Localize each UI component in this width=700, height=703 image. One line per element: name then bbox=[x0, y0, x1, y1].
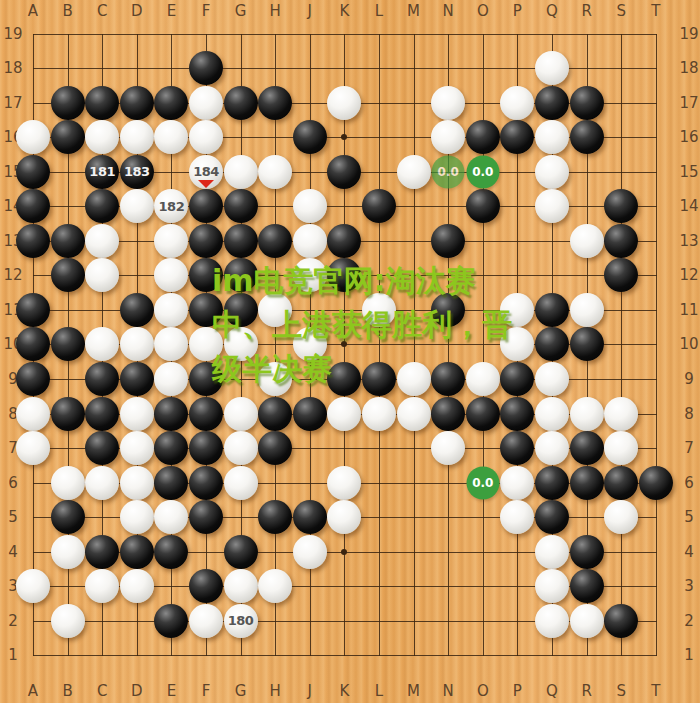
coordinate-label-top: D bbox=[131, 2, 143, 20]
coordinate-label-left: 6 bbox=[8, 474, 18, 492]
star-point bbox=[341, 134, 347, 140]
stone-black[interactable] bbox=[189, 224, 223, 258]
stone-black[interactable] bbox=[16, 293, 50, 327]
coordinate-label-left: 4 bbox=[8, 543, 18, 561]
stone-white[interactable] bbox=[258, 155, 292, 189]
stone-black[interactable] bbox=[51, 258, 85, 292]
coordinate-label-right: 15 bbox=[679, 163, 698, 181]
ai-hint-circle[interactable]: 0.0 bbox=[466, 466, 499, 499]
stone-white[interactable] bbox=[120, 397, 154, 431]
stone-black[interactable] bbox=[431, 362, 465, 396]
stone-black[interactable] bbox=[258, 86, 292, 120]
stone-black[interactable] bbox=[604, 604, 638, 638]
stone-black[interactable] bbox=[362, 362, 396, 396]
stone-white[interactable] bbox=[120, 327, 154, 361]
stone-black[interactable] bbox=[16, 155, 50, 189]
stone-white[interactable] bbox=[466, 362, 500, 396]
go-board[interactable]: ABCDEFGHJKLMNOPQRSTABCDEFGHJKLMNOPQRST19… bbox=[0, 0, 700, 703]
stone-white[interactable] bbox=[189, 120, 223, 154]
stone-black[interactable] bbox=[85, 362, 119, 396]
coordinate-label-right: 12 bbox=[679, 266, 698, 284]
coordinate-label-left: 2 bbox=[8, 612, 18, 630]
coordinate-label-top: T bbox=[651, 2, 660, 20]
stone-black[interactable] bbox=[85, 86, 119, 120]
stone-white[interactable] bbox=[85, 258, 119, 292]
stone-white[interactable] bbox=[431, 86, 465, 120]
coordinate-label-top: E bbox=[167, 2, 176, 20]
stone-white[interactable] bbox=[431, 120, 465, 154]
coordinate-label-right: 17 bbox=[679, 94, 698, 112]
stone-black[interactable] bbox=[535, 466, 569, 500]
stone-black[interactable] bbox=[500, 397, 534, 431]
stone-white[interactable] bbox=[224, 431, 258, 465]
stone-white[interactable] bbox=[16, 120, 50, 154]
stone-white[interactable] bbox=[535, 569, 569, 603]
stone-black[interactable] bbox=[293, 500, 327, 534]
stone-white[interactable] bbox=[570, 293, 604, 327]
stone-black[interactable] bbox=[189, 466, 223, 500]
stone-white[interactable] bbox=[224, 466, 258, 500]
stone-white[interactable] bbox=[189, 604, 223, 638]
stone-white[interactable] bbox=[362, 397, 396, 431]
coordinate-label-top: S bbox=[616, 2, 626, 20]
stone-black[interactable] bbox=[327, 224, 361, 258]
coordinate-label-right: 6 bbox=[684, 474, 694, 492]
coordinate-label-top: O bbox=[477, 2, 489, 20]
stone-black[interactable] bbox=[258, 224, 292, 258]
coordinate-label-bottom: M bbox=[407, 682, 420, 700]
stone-white[interactable] bbox=[293, 535, 327, 569]
move-number: 181 bbox=[89, 165, 115, 178]
stone-white[interactable] bbox=[154, 293, 188, 327]
stone-white[interactable] bbox=[51, 535, 85, 569]
stone-white[interactable] bbox=[154, 327, 188, 361]
stone-black[interactable] bbox=[16, 189, 50, 223]
stone-white[interactable] bbox=[293, 189, 327, 223]
stone-black[interactable]: 181 bbox=[85, 155, 119, 189]
stone-white[interactable] bbox=[85, 466, 119, 500]
stone-black[interactable] bbox=[258, 500, 292, 534]
stone-black[interactable] bbox=[570, 120, 604, 154]
coordinate-label-top: G bbox=[235, 2, 247, 20]
coordinate-label-bottom: F bbox=[202, 682, 211, 700]
stone-white[interactable] bbox=[535, 431, 569, 465]
stone-black[interactable] bbox=[258, 397, 292, 431]
stone-black[interactable] bbox=[327, 362, 361, 396]
stone-white[interactable] bbox=[85, 224, 119, 258]
coordinate-label-left: 1 bbox=[8, 646, 18, 664]
stone-black[interactable] bbox=[189, 500, 223, 534]
stone-black[interactable] bbox=[16, 362, 50, 396]
watermark-text: im电竞官网:淘汰赛 bbox=[212, 266, 476, 296]
stone-white[interactable] bbox=[397, 362, 431, 396]
stone-white[interactable] bbox=[120, 431, 154, 465]
ai-hint-circle[interactable]: 0.0 bbox=[432, 155, 465, 188]
grid-line-vertical bbox=[656, 34, 657, 657]
coordinate-label-right: 1 bbox=[684, 646, 694, 664]
stone-white[interactable] bbox=[570, 397, 604, 431]
stone-white[interactable] bbox=[154, 120, 188, 154]
stone-white[interactable] bbox=[85, 569, 119, 603]
coordinate-label-right: 13 bbox=[679, 232, 698, 250]
stone-black[interactable] bbox=[51, 120, 85, 154]
stone-white[interactable] bbox=[535, 120, 569, 154]
stone-white[interactable] bbox=[85, 120, 119, 154]
grid-line-vertical bbox=[621, 34, 622, 657]
stone-black[interactable] bbox=[189, 569, 223, 603]
stone-black[interactable] bbox=[570, 535, 604, 569]
stone-white[interactable]: 182 bbox=[154, 189, 188, 223]
stone-black[interactable] bbox=[154, 431, 188, 465]
coordinate-label-right: 14 bbox=[679, 197, 698, 215]
coordinate-label-bottom: A bbox=[28, 682, 38, 700]
stone-black[interactable] bbox=[16, 224, 50, 258]
stone-black[interactable] bbox=[16, 327, 50, 361]
stone-white[interactable] bbox=[604, 397, 638, 431]
stone-white[interactable] bbox=[16, 569, 50, 603]
stone-black[interactable] bbox=[258, 431, 292, 465]
stone-black[interactable] bbox=[224, 189, 258, 223]
stone-white[interactable] bbox=[535, 189, 569, 223]
stone-white[interactable] bbox=[120, 189, 154, 223]
coordinate-label-bottom: K bbox=[339, 682, 349, 700]
coordinate-label-bottom: T bbox=[651, 682, 660, 700]
stone-black[interactable] bbox=[570, 466, 604, 500]
move-number: 180 bbox=[228, 614, 254, 627]
stone-white[interactable] bbox=[154, 224, 188, 258]
stone-white[interactable] bbox=[258, 569, 292, 603]
coordinate-label-top: R bbox=[581, 2, 591, 20]
stone-white[interactable] bbox=[570, 224, 604, 258]
coordinate-label-right: 11 bbox=[679, 301, 698, 319]
coordinate-label-right: 18 bbox=[679, 59, 698, 77]
stone-black[interactable] bbox=[224, 535, 258, 569]
stone-black[interactable] bbox=[189, 431, 223, 465]
stone-black[interactable] bbox=[604, 466, 638, 500]
coordinate-label-top: A bbox=[28, 2, 38, 20]
stone-white[interactable] bbox=[120, 500, 154, 534]
move-number: 183 bbox=[124, 165, 150, 178]
stone-white[interactable] bbox=[500, 86, 534, 120]
coordinate-label-bottom: D bbox=[131, 682, 143, 700]
stone-white[interactable] bbox=[397, 155, 431, 189]
coordinate-label-right: 9 bbox=[684, 370, 694, 388]
stone-white[interactable] bbox=[189, 86, 223, 120]
stone-black[interactable] bbox=[639, 466, 673, 500]
stone-white[interactable] bbox=[224, 397, 258, 431]
coordinate-label-left: 12 bbox=[3, 266, 22, 284]
coordinate-label-bottom: S bbox=[616, 682, 626, 700]
move-number: 184 bbox=[193, 165, 219, 178]
stone-black[interactable] bbox=[154, 466, 188, 500]
coordinate-label-bottom: J bbox=[308, 682, 312, 700]
stone-black[interactable] bbox=[120, 362, 154, 396]
coordinate-label-right: 19 bbox=[679, 25, 698, 43]
coordinate-label-top: M bbox=[407, 2, 420, 20]
stone-black[interactable] bbox=[154, 86, 188, 120]
coordinate-label-left: 5 bbox=[8, 508, 18, 526]
stone-white[interactable] bbox=[431, 431, 465, 465]
stone-white[interactable]: 180 bbox=[224, 604, 258, 638]
coordinate-label-left: 19 bbox=[3, 25, 22, 43]
stone-white[interactable] bbox=[120, 569, 154, 603]
stone-black[interactable] bbox=[466, 189, 500, 223]
stone-white[interactable] bbox=[397, 397, 431, 431]
move-number: 182 bbox=[159, 200, 185, 213]
stone-black[interactable] bbox=[466, 397, 500, 431]
stone-black[interactable] bbox=[85, 189, 119, 223]
stone-black[interactable] bbox=[535, 500, 569, 534]
stone-black[interactable] bbox=[535, 327, 569, 361]
stone-black[interactable] bbox=[604, 189, 638, 223]
stone-white[interactable] bbox=[293, 224, 327, 258]
coordinate-label-right: 5 bbox=[684, 508, 694, 526]
coordinate-label-bottom: L bbox=[375, 682, 383, 700]
stone-black[interactable] bbox=[431, 397, 465, 431]
stone-black[interactable] bbox=[154, 397, 188, 431]
stone-white[interactable] bbox=[327, 86, 361, 120]
coordinate-label-top: H bbox=[270, 2, 281, 20]
stone-black[interactable] bbox=[51, 86, 85, 120]
stone-black[interactable] bbox=[466, 120, 500, 154]
stone-white[interactable] bbox=[604, 431, 638, 465]
stone-white[interactable] bbox=[85, 327, 119, 361]
grid-line-horizontal bbox=[33, 655, 657, 656]
coordinate-label-right: 10 bbox=[679, 335, 698, 353]
stone-black[interactable] bbox=[327, 155, 361, 189]
stone-white[interactable] bbox=[500, 500, 534, 534]
stone-white[interactable] bbox=[327, 500, 361, 534]
stone-black[interactable] bbox=[154, 535, 188, 569]
coordinate-label-bottom: O bbox=[477, 682, 489, 700]
stone-white[interactable] bbox=[535, 397, 569, 431]
coordinate-label-right: 3 bbox=[684, 577, 694, 595]
stone-white[interactable] bbox=[154, 500, 188, 534]
coordinate-label-bottom: Q bbox=[546, 682, 558, 700]
coordinate-label-top: J bbox=[308, 2, 312, 20]
star-point bbox=[341, 341, 347, 347]
coordinate-label-top: N bbox=[443, 2, 454, 20]
stone-white[interactable] bbox=[535, 51, 569, 85]
stone-black[interactable] bbox=[570, 86, 604, 120]
coordinate-label-right: 16 bbox=[679, 128, 698, 146]
coordinate-label-bottom: G bbox=[235, 682, 247, 700]
stone-black[interactable] bbox=[293, 397, 327, 431]
last-move-marker-icon bbox=[198, 180, 214, 188]
coordinate-label-bottom: E bbox=[167, 682, 176, 700]
stone-black[interactable] bbox=[431, 224, 465, 258]
stone-white[interactable] bbox=[604, 500, 638, 534]
stone-white[interactable] bbox=[120, 120, 154, 154]
coordinate-label-bottom: C bbox=[97, 682, 107, 700]
coordinate-label-right: 7 bbox=[684, 439, 694, 457]
stone-white[interactable] bbox=[154, 258, 188, 292]
coordinate-label-right: 2 bbox=[684, 612, 694, 630]
stone-black[interactable] bbox=[189, 189, 223, 223]
stone-black[interactable] bbox=[51, 500, 85, 534]
stone-white[interactable] bbox=[327, 397, 361, 431]
coordinate-label-bottom: P bbox=[513, 682, 522, 700]
stone-black[interactable] bbox=[500, 120, 534, 154]
stone-black[interactable] bbox=[500, 362, 534, 396]
stone-black[interactable] bbox=[362, 189, 396, 223]
stone-black[interactable] bbox=[85, 431, 119, 465]
stone-black[interactable] bbox=[570, 431, 604, 465]
coordinate-label-left: 17 bbox=[3, 94, 22, 112]
stone-black[interactable] bbox=[293, 120, 327, 154]
stone-white[interactable] bbox=[535, 604, 569, 638]
stone-white[interactable] bbox=[16, 397, 50, 431]
stone-black[interactable] bbox=[224, 224, 258, 258]
stone-black[interactable] bbox=[189, 51, 223, 85]
stone-black[interactable] bbox=[51, 327, 85, 361]
star-point bbox=[341, 549, 347, 555]
stone-black[interactable] bbox=[120, 535, 154, 569]
coordinate-label-top: C bbox=[97, 2, 107, 20]
watermark-text: 级半决赛 bbox=[212, 354, 332, 384]
stone-white[interactable] bbox=[500, 466, 534, 500]
coordinate-label-bottom: R bbox=[581, 682, 591, 700]
stone-white[interactable] bbox=[535, 155, 569, 189]
stone-white[interactable] bbox=[154, 362, 188, 396]
stone-white[interactable] bbox=[224, 569, 258, 603]
stone-black[interactable] bbox=[85, 397, 119, 431]
stone-black[interactable] bbox=[120, 293, 154, 327]
stone-black[interactable] bbox=[570, 569, 604, 603]
stone-white[interactable] bbox=[535, 535, 569, 569]
stone-white[interactable] bbox=[51, 466, 85, 500]
stone-white[interactable]: 184 bbox=[189, 155, 223, 189]
grid-line-vertical bbox=[414, 34, 415, 657]
coordinate-label-top: P bbox=[513, 2, 522, 20]
coordinate-label-top: B bbox=[62, 2, 72, 20]
stone-black[interactable] bbox=[604, 224, 638, 258]
coordinate-label-bottom: N bbox=[443, 682, 454, 700]
coordinate-label-top: Q bbox=[546, 2, 558, 20]
stone-black[interactable] bbox=[535, 293, 569, 327]
stone-black[interactable] bbox=[154, 604, 188, 638]
stone-white[interactable] bbox=[51, 604, 85, 638]
grid-line-vertical bbox=[379, 34, 380, 657]
stone-black[interactable] bbox=[189, 397, 223, 431]
coordinate-label-bottom: H bbox=[270, 682, 281, 700]
coordinate-label-right: 4 bbox=[684, 543, 694, 561]
coordinate-label-top: L bbox=[375, 2, 383, 20]
stone-black[interactable] bbox=[51, 224, 85, 258]
stone-black[interactable] bbox=[51, 397, 85, 431]
watermark-text: 中、上港获得胜利，晋 bbox=[212, 310, 512, 340]
stone-black[interactable] bbox=[85, 535, 119, 569]
coordinate-label-top: F bbox=[202, 2, 211, 20]
stone-white[interactable] bbox=[224, 155, 258, 189]
stone-black[interactable] bbox=[604, 258, 638, 292]
coordinate-label-left: 18 bbox=[3, 59, 22, 77]
stone-white[interactable] bbox=[120, 466, 154, 500]
stone-black[interactable] bbox=[120, 86, 154, 120]
coordinate-label-bottom: B bbox=[62, 682, 72, 700]
stone-white[interactable] bbox=[327, 466, 361, 500]
stone-white[interactable] bbox=[16, 431, 50, 465]
ai-hint-circle[interactable]: 0.0 bbox=[466, 155, 499, 188]
coordinate-label-right: 8 bbox=[684, 405, 694, 423]
stone-black[interactable] bbox=[224, 86, 258, 120]
stone-black[interactable] bbox=[500, 431, 534, 465]
stone-black[interactable] bbox=[535, 86, 569, 120]
stone-black[interactable]: 183 bbox=[120, 155, 154, 189]
stone-black[interactable] bbox=[570, 327, 604, 361]
stone-white[interactable] bbox=[535, 362, 569, 396]
stone-white[interactable] bbox=[570, 604, 604, 638]
coordinate-label-top: K bbox=[339, 2, 349, 20]
